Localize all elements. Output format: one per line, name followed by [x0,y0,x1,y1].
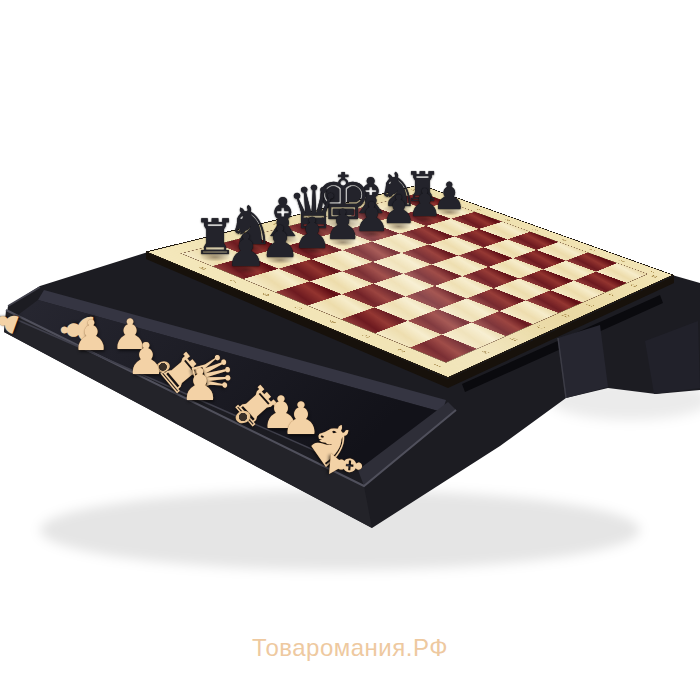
white-bishop-drawer-14: ♝ [321,443,368,486]
rank-label-left-1: 1 [432,363,444,368]
file-label-bottom-D: D [561,314,572,319]
file-label-bottom-F: F [608,293,618,297]
watermark-text: Товаромания.РФ [252,634,448,662]
rank-label-left-3: 3 [361,334,373,339]
file-label-bottom-H: H [650,275,660,279]
white-pawn-drawer-8: ♟ [180,363,219,407]
rank-label-left-5: 5 [293,306,304,310]
rank-label-left-4: 4 [327,320,339,325]
rank-label-left-8: 8 [198,267,209,271]
white-pawn-drawer-2: ♟ [72,315,110,357]
rank-label-left-2: 2 [396,348,408,353]
rank-label-right-5: 5 [531,228,540,231]
closed-drawer-front [558,325,608,398]
file-label-bottom-B: B [508,337,520,342]
black-pawn-a7: ♟ [225,228,266,274]
file-label-bottom-G: G [629,284,639,288]
file-label-bottom-E: E [585,303,596,307]
rank-label-left-7: 7 [229,279,240,283]
rank-label-right-7: 7 [476,209,485,212]
rank-label-right-6: 6 [503,219,512,222]
file-label-bottom-A: A [479,350,492,355]
rank-label-right-2: 2 [618,259,627,262]
rank-label-right-3: 3 [588,249,597,252]
travel-chess-set-photo: AA88BB77CC66DD55EE44FF33GG22HH11 ♜♞♝♛♚♝♞… [0,0,700,700]
rank-label-left-6: 6 [261,293,272,297]
white-pawn-drawer-4: ♟ [126,337,165,381]
file-label-bottom-C: C [535,325,547,330]
rank-label-right-4: 4 [559,239,568,242]
rank-label-right-1: 1 [648,270,657,273]
